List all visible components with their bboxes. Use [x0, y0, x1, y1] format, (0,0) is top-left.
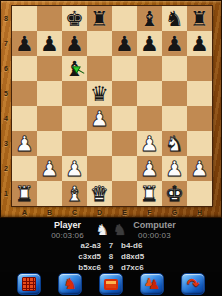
undo-arrow-icon: ↷: [187, 277, 200, 292]
square-h4[interactable]: [187, 106, 212, 131]
square-d4[interactable]: ♟: [87, 106, 112, 131]
white-move: c3xd5: [59, 252, 103, 261]
square-b1[interactable]: [37, 181, 62, 206]
rank-label-6: 6: [0, 56, 12, 81]
square-e5[interactable]: [112, 81, 137, 106]
black-pawn-a7[interactable]: ♟: [12, 31, 37, 56]
square-f7[interactable]: ♟: [137, 31, 162, 56]
square-f5[interactable]: [137, 81, 162, 106]
white-pawn-h2[interactable]: ♟: [187, 156, 212, 181]
square-c2[interactable]: ♟: [62, 156, 87, 181]
square-b5[interactable]: [37, 81, 62, 106]
board-window-icon: [104, 279, 118, 290]
black-knight-g8[interactable]: ♞: [162, 6, 187, 31]
rank-label-3: 3: [0, 131, 12, 156]
white-move: b5xc6: [59, 263, 103, 272]
clock-row: Player 00:03:06 ♞ ♞ Computer 00:00:03: [0, 221, 222, 239]
square-a3[interactable]: ♟: [12, 131, 37, 156]
white-knight-icon: ♞: [96, 222, 109, 238]
square-f4[interactable]: [137, 106, 162, 131]
black-move: d8xd5: [119, 252, 163, 261]
file-label-b: B: [37, 206, 62, 218]
square-d7[interactable]: [87, 31, 112, 56]
square-d6[interactable]: [87, 56, 112, 81]
white-rook-f1[interactable]: ♜: [137, 181, 162, 206]
rank-label-8: 8: [0, 6, 12, 31]
black-pawn-g7[interactable]: ♟: [162, 31, 187, 56]
computer-time: 00:00:03: [138, 232, 171, 240]
white-knight-g3[interactable]: ♞: [162, 131, 187, 156]
white-move: a2-a3: [59, 241, 103, 250]
computer-clock: Computer 00:00:03: [130, 221, 178, 240]
square-h1[interactable]: [187, 181, 212, 206]
file-labels: ABCDEFGH: [12, 206, 212, 218]
square-d1[interactable]: ♛: [87, 181, 112, 206]
square-d2[interactable]: [87, 156, 112, 181]
player-time: 00:03:06: [51, 232, 84, 240]
white-pawn-c2[interactable]: ♟: [62, 156, 87, 181]
square-e7[interactable]: ♟: [112, 31, 137, 56]
square-a8[interactable]: [12, 6, 37, 31]
square-g4[interactable]: [162, 106, 187, 131]
square-a4[interactable]: [12, 106, 37, 131]
file-label-e: E: [112, 206, 137, 218]
black-rook-d8[interactable]: ♜: [87, 6, 112, 31]
square-c3[interactable]: [62, 131, 87, 156]
white-pawn-g2[interactable]: ♟: [162, 156, 187, 181]
black-move: b4-d6: [119, 241, 163, 250]
rank-label-7: 7: [0, 31, 12, 56]
square-h7[interactable]: ♟: [187, 31, 212, 56]
toolbar: ♞ ♟ ♟ ↷: [0, 272, 222, 296]
white-bishop-c1[interactable]: ♝: [62, 181, 87, 206]
player-label: Player: [54, 221, 81, 230]
square-e3[interactable]: [112, 131, 137, 156]
square-h8[interactable]: ♜: [187, 6, 212, 31]
square-a7[interactable]: ♟: [12, 31, 37, 56]
square-h3[interactable]: [187, 131, 212, 156]
square-h6[interactable]: [187, 56, 212, 81]
square-f1[interactable]: ♜: [137, 181, 162, 206]
square-e1[interactable]: [112, 181, 137, 206]
knight-icon: ♞: [63, 277, 76, 292]
square-g2[interactable]: ♟: [162, 156, 187, 181]
square-f6[interactable]: [137, 56, 162, 81]
file-label-c: C: [62, 206, 87, 218]
file-label-f: F: [137, 206, 162, 218]
square-b2[interactable]: ♟: [37, 156, 62, 181]
green-cursor-arrow-icon: [71, 63, 86, 78]
black-knight-icon: ♞: [113, 222, 126, 238]
black-move: d7xc6: [119, 263, 163, 272]
square-e6[interactable]: [112, 56, 137, 81]
rank-label-5: 5: [0, 81, 12, 106]
chess-board-frame: 87654321 ♚♜♝♞♜♟♟♟♟♟♟♟♝♛♟♟♟♞♟♟♟♟♟♜♝♛♜♚ AB…: [0, 0, 222, 218]
move-number: 9: [103, 263, 119, 272]
board-button[interactable]: [99, 273, 123, 295]
move-number: 8: [103, 252, 119, 261]
white-pawn-b2[interactable]: ♟: [37, 156, 62, 181]
info-panel: Player 00:03:06 ♞ ♞ Computer 00:00:03 a2…: [0, 218, 222, 272]
square-c8[interactable]: ♚: [62, 6, 87, 31]
grid-icon: [22, 277, 36, 291]
square-d3[interactable]: [87, 131, 112, 156]
square-e4[interactable]: [112, 106, 137, 131]
white-pawn-f3[interactable]: ♟: [137, 131, 162, 156]
board-squares[interactable]: ♚♜♝♞♜♟♟♟♟♟♟♟♝♛♟♟♟♞♟♟♟♟♟♜♝♛♜♚: [12, 6, 212, 206]
square-g5[interactable]: [162, 81, 187, 106]
white-queen-d1[interactable]: ♛: [87, 181, 112, 206]
rank-label-2: 2: [0, 156, 12, 181]
white-pawn-f2[interactable]: ♟: [137, 156, 162, 181]
square-c5[interactable]: [62, 81, 87, 106]
square-b4[interactable]: [37, 106, 62, 131]
file-label-d: D: [87, 206, 112, 218]
move-row: c3xd5 8 d8xd5: [0, 251, 222, 262]
square-a6[interactable]: [12, 56, 37, 81]
square-e2[interactable]: [112, 156, 137, 181]
square-c6[interactable]: ♝: [62, 56, 87, 81]
square-e8[interactable]: [112, 6, 137, 31]
file-label-g: G: [162, 206, 187, 218]
square-b3[interactable]: [37, 131, 62, 156]
black-pawn-e7[interactable]: ♟: [112, 31, 137, 56]
square-b7[interactable]: ♟: [37, 31, 62, 56]
square-c1[interactable]: ♝: [62, 181, 87, 206]
move-list: a2-a3 7 b4-d6 c3xd5 8 d8xd5 b5xc6 9 d7xc…: [0, 240, 222, 273]
rank-label-1: 1: [0, 181, 12, 206]
black-pawn-f7[interactable]: ♟: [137, 31, 162, 56]
square-a5[interactable]: [12, 81, 37, 106]
square-g6[interactable]: [162, 56, 187, 81]
white-pawn-a3[interactable]: ♟: [12, 131, 37, 156]
square-a2[interactable]: [12, 156, 37, 181]
square-g1[interactable]: ♚: [162, 181, 187, 206]
pawn-icon: ♟: [148, 278, 160, 292]
computer-label: Computer: [133, 221, 176, 230]
square-c7[interactable]: ♟: [62, 31, 87, 56]
white-rook-a1[interactable]: ♜: [12, 181, 37, 206]
square-b8[interactable]: [37, 6, 62, 31]
white-pawn-d4[interactable]: ♟: [87, 106, 112, 131]
move-number: 7: [103, 241, 119, 250]
square-g3[interactable]: ♞: [162, 131, 187, 156]
grid-button[interactable]: [17, 273, 41, 295]
square-f3[interactable]: ♟: [137, 131, 162, 156]
knight-button[interactable]: ♞: [58, 273, 82, 295]
rank-label-4: 4: [0, 106, 12, 131]
black-rook-h8[interactable]: ♜: [187, 6, 212, 31]
black-king-c8[interactable]: ♚: [62, 6, 87, 31]
move-row: a2-a3 7 b4-d6: [0, 240, 222, 251]
black-bishop-f8[interactable]: ♝: [137, 6, 162, 31]
square-g8[interactable]: ♞: [162, 6, 187, 31]
white-king-g1[interactable]: ♚: [162, 181, 187, 206]
square-h2[interactable]: ♟: [187, 156, 212, 181]
square-c4[interactable]: [62, 106, 87, 131]
square-f8[interactable]: ♝: [137, 6, 162, 31]
square-d5[interactable]: ♛: [87, 81, 112, 106]
two-pieces-icon: ♟ ♟: [144, 277, 160, 292]
black-queen-d5[interactable]: ♛: [87, 81, 112, 106]
square-b6[interactable]: [37, 56, 62, 81]
square-g7[interactable]: ♟: [162, 31, 187, 56]
pieces-button[interactable]: ♟ ♟: [140, 273, 164, 295]
file-label-h: H: [187, 206, 212, 218]
black-pawn-b7[interactable]: ♟: [37, 31, 62, 56]
player-clock: Player 00:03:06: [44, 221, 92, 240]
square-h5[interactable]: [187, 81, 212, 106]
square-d8[interactable]: ♜: [87, 6, 112, 31]
file-label-a: A: [12, 206, 37, 218]
rank-labels: 87654321: [0, 6, 12, 206]
black-pawn-c7[interactable]: ♟: [62, 31, 87, 56]
undo-button[interactable]: ↷: [181, 273, 205, 295]
square-f2[interactable]: ♟: [137, 156, 162, 181]
black-pawn-h7[interactable]: ♟: [187, 31, 212, 56]
square-a1[interactable]: ♜: [12, 181, 37, 206]
